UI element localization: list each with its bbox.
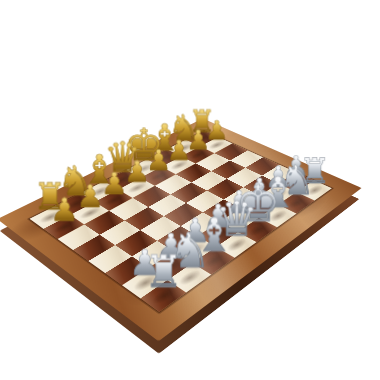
piece-reflection [63, 197, 89, 211]
piece-reflection [224, 236, 250, 253]
piece-reflection [245, 222, 270, 238]
piece-reflection [266, 208, 290, 223]
piece-reflection [147, 170, 171, 183]
piece-reflection [303, 184, 326, 198]
piece-reflection [37, 210, 64, 225]
piece-reflection [227, 212, 252, 228]
piece-black-rook: ♜ [183, 106, 220, 138]
square-f1: ♝ [258, 204, 296, 227]
piece-reflection [130, 273, 160, 293]
piece-reflection [168, 159, 191, 171]
piece-reflection [200, 252, 228, 270]
piece-reflection [133, 163, 156, 175]
piece-reflection [175, 268, 204, 288]
piece-reflection [149, 285, 179, 306]
piece-reflection [125, 181, 149, 194]
piece-black-knight: ♞ [53, 161, 97, 204]
chess-board: ♜♞♝♛♚♝♞♜♟♟♟♟♟♟♟♟♟♟♟♟♟♟♟♟♜♞♝♛♚♝♞♜ [0, 119, 362, 342]
piece-reflection [285, 196, 308, 210]
piece-reflection [248, 199, 272, 214]
photo-background: ♜♞♝♛♚♝♞♜♟♟♟♟♟♟♟♟♟♟♟♟♟♟♟♟♜♞♝♛♚♝♞♜ [0, 0, 380, 380]
square-d7: ♟ [118, 178, 155, 198]
square-f4 [207, 179, 243, 199]
